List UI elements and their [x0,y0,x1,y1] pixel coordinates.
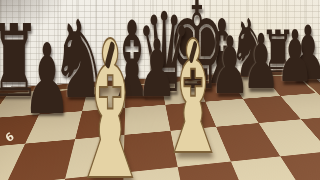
pieces-layer: ♜♞♝♛♚♝♞♜♟♟♟♟♟♟♝♝ [0,0,320,180]
white-bishop-e6: ♝ [157,21,229,177]
black-pawn-b7: ♟ [23,31,71,128]
black-pawn-h7: ♟ [276,21,314,92]
bishop-mitre-slot [188,41,197,66]
chess-photo-scene: 6 ♜♞♝♛♚♝♞♜♟♟♟♟♟♟♝♝ [0,0,320,180]
bishop-mitre-slot [104,41,115,71]
white-bishop-c5: ♝ [67,17,152,180]
